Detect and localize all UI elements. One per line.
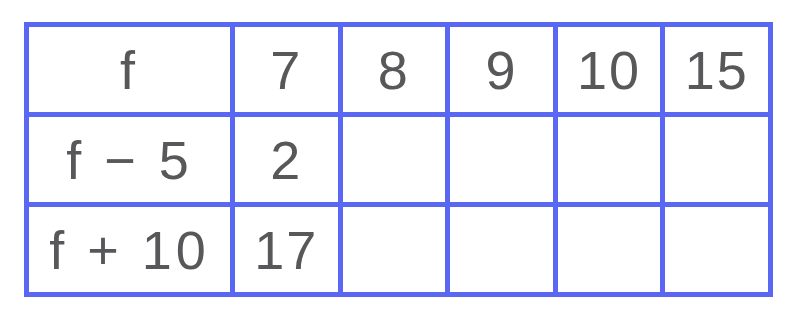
cell-r2-c1-answer-filled: 17	[235, 207, 338, 292]
cell-r0-c1-f-value: 7	[235, 27, 338, 112]
cell-r0-c3-f-value: 9	[450, 27, 553, 112]
cell-r2-c2-answer-blank[interactable]	[343, 207, 446, 292]
cell-r1-c3-answer-blank[interactable]	[450, 117, 553, 202]
cell-r2-c4-answer-blank[interactable]	[558, 207, 661, 292]
cell-r2-c3-answer-blank[interactable]	[450, 207, 553, 292]
cell-r0-c0-row-label-f: f	[29, 27, 230, 112]
worksheet-canvas: f 7 8 9 10 15 f − 5 2 f + 10 17	[0, 0, 798, 319]
cell-r1-c0-row-label-f-minus-5: f − 5	[29, 117, 230, 202]
cell-r2-c0-row-label-f-plus-10: f + 10	[29, 207, 230, 292]
cell-r2-c5-answer-blank[interactable]	[665, 207, 768, 292]
cell-r0-c5-f-value: 15	[665, 27, 768, 112]
cell-r1-c4-answer-blank[interactable]	[558, 117, 661, 202]
cell-r0-c4-f-value: 10	[558, 27, 661, 112]
cell-r0-c2-f-value: 8	[343, 27, 446, 112]
cell-r1-c2-answer-blank[interactable]	[343, 117, 446, 202]
cell-r1-c5-answer-blank[interactable]	[665, 117, 768, 202]
function-table-grid: f 7 8 9 10 15 f − 5 2 f + 10 17	[24, 22, 773, 297]
cell-r1-c1-answer-filled: 2	[235, 117, 338, 202]
